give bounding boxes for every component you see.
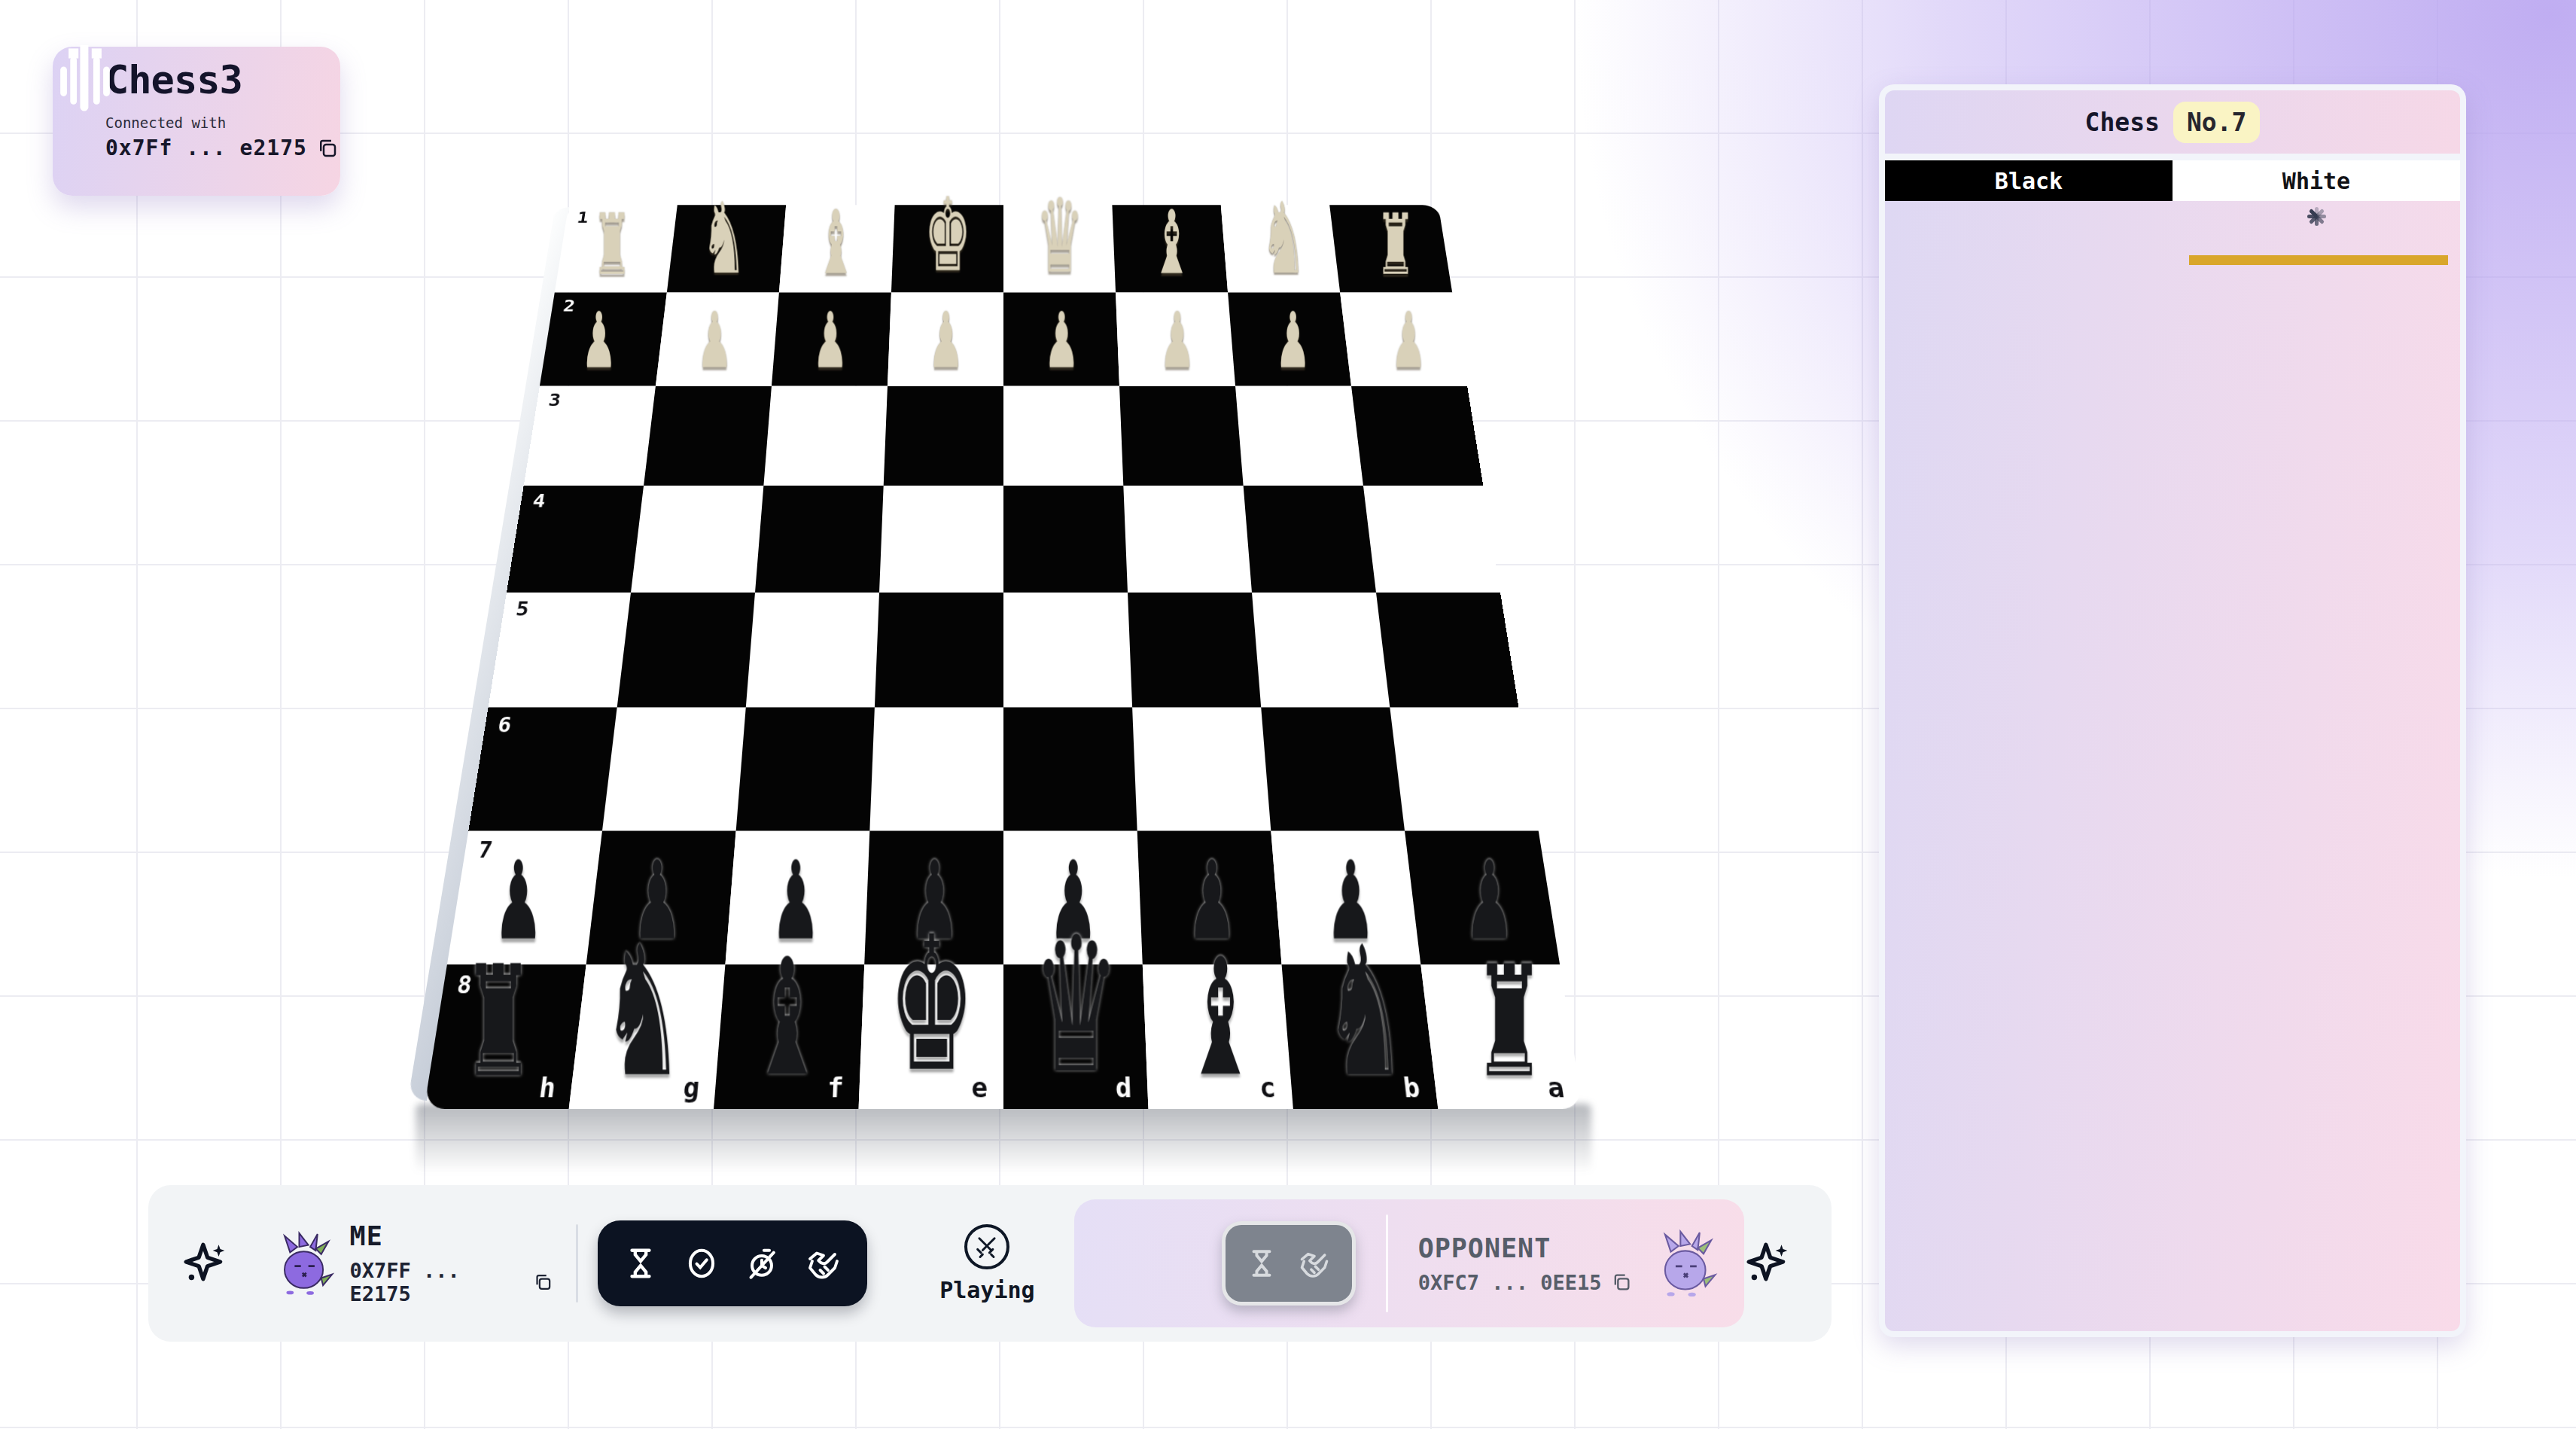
white-pawn[interactable]: ♟ — [584, 292, 614, 379]
black-queen[interactable]: ♛ — [1040, 886, 1112, 1098]
square-h5[interactable]: 5 — [489, 593, 631, 707]
square-a6[interactable] — [1390, 707, 1538, 830]
square-f3[interactable] — [763, 386, 888, 486]
status-bar: ME 0X7FF ... E2175 — [148, 1185, 1832, 1342]
me-player: ME 0X7FF ... E2175 — [272, 1221, 553, 1306]
square-h4[interactable]: 4 — [507, 486, 644, 593]
square-d3[interactable] — [1003, 386, 1123, 486]
black-rook[interactable]: ♜ — [468, 924, 528, 1098]
connected-label: Connected with — [105, 114, 340, 131]
game-number-badge: No.7 — [2173, 102, 2260, 143]
confirm-circle-icon[interactable] — [684, 1246, 719, 1281]
square-c4[interactable] — [1123, 486, 1252, 593]
handshake-icon[interactable] — [805, 1245, 842, 1281]
loading-spinner-icon — [2298, 209, 2334, 245]
square-h2[interactable]: 2♟ — [540, 293, 667, 386]
square-c2[interactable]: ♟ — [1116, 293, 1235, 386]
game-status: Playing — [939, 1224, 1034, 1303]
black-bishop[interactable]: ♝ — [756, 916, 818, 1098]
board-shadow — [416, 1104, 1591, 1173]
square-c3[interactable] — [1119, 386, 1244, 486]
square-b4[interactable] — [1244, 486, 1376, 593]
square-a8[interactable]: a♜ — [1420, 964, 1583, 1109]
opponent-label: OPPONENT — [1418, 1233, 1632, 1263]
square-d2[interactable]: ♟ — [1003, 293, 1119, 386]
tab-white[interactable]: White — [2173, 160, 2460, 201]
square-a4[interactable] — [1363, 486, 1500, 593]
square-c8[interactable]: c♝ — [1143, 964, 1293, 1109]
page: Chess3 Connected with 0x7Ff ... e2175 1♜… — [0, 0, 2576, 1429]
square-e8[interactable]: e♚ — [859, 964, 1003, 1109]
chess-board-3d: 1♜♞♝♚♛♝♞♜2♟♟♟♟♟♟♟♟34567♟♟♟♟♟♟♟♟8h♜g♞f♝e♚… — [424, 205, 1583, 1109]
app-title: Chess3 — [105, 57, 242, 102]
white-pawn[interactable]: ♟ — [815, 292, 845, 379]
sparkle-icon — [1744, 1239, 1794, 1288]
divider — [576, 1224, 578, 1303]
white-pawn[interactable]: ♟ — [1393, 292, 1423, 379]
square-g6[interactable] — [602, 707, 746, 830]
square-f8[interactable]: f♝ — [714, 964, 864, 1109]
square-f5[interactable] — [746, 593, 879, 707]
panel-header: Chess No.7 — [1885, 90, 2460, 154]
square-d5[interactable] — [1003, 593, 1132, 707]
white-pawn[interactable]: ♟ — [699, 292, 729, 379]
square-b5[interactable] — [1252, 593, 1390, 707]
me-avatar — [272, 1229, 338, 1298]
panel-title: Chess — [2085, 108, 2160, 137]
square-a1[interactable]: ♜ — [1329, 205, 1452, 292]
black-bishop[interactable]: ♝ — [1189, 916, 1251, 1098]
white-rook[interactable]: ♜ — [595, 191, 628, 286]
file-label-c: c — [1259, 1071, 1277, 1104]
square-b3[interactable] — [1235, 386, 1363, 486]
file-label-h: h — [537, 1071, 558, 1104]
square-a3[interactable] — [1351, 386, 1483, 486]
opponent-address: 0XFC7 ... 0EE15 — [1418, 1271, 1602, 1294]
square-f2[interactable]: ♟ — [772, 293, 891, 386]
square-e4[interactable] — [879, 486, 1003, 593]
white-bishop[interactable]: ♝ — [818, 186, 852, 286]
file-label-e: e — [971, 1071, 988, 1104]
opponent-actions — [1222, 1221, 1356, 1306]
divider — [1386, 1214, 1388, 1312]
sparkle-icon — [181, 1239, 231, 1288]
white-knight[interactable]: ♞ — [1265, 183, 1301, 286]
file-label-b: b — [1402, 1071, 1422, 1104]
square-g3[interactable] — [644, 386, 772, 486]
rank-label-6: 6 — [496, 713, 513, 737]
square-g2[interactable]: ♟ — [656, 293, 779, 386]
logo-card: Chess3 Connected with 0x7Ff ... e2175 — [53, 47, 340, 196]
square-h8[interactable]: 8h♜ — [424, 964, 586, 1109]
rank-label-5: 5 — [514, 598, 531, 620]
file-label-d: d — [1115, 1071, 1132, 1104]
square-h1[interactable]: 1♜ — [555, 205, 677, 292]
white-thinking-bar — [2189, 255, 2448, 265]
move-panel: Chess No.7 Black White — [1879, 84, 2466, 1337]
timer-off-icon[interactable] — [744, 1246, 779, 1281]
opponent-avatar — [1652, 1229, 1721, 1298]
square-f6[interactable] — [736, 707, 875, 830]
square-d6[interactable] — [1003, 707, 1137, 830]
white-pawn[interactable]: ♟ — [1162, 292, 1192, 379]
square-b8[interactable]: b♞ — [1282, 964, 1439, 1109]
handshake-icon — [1298, 1247, 1331, 1280]
black-knight[interactable]: ♞ — [1332, 910, 1396, 1098]
white-pawn[interactable]: ♟ — [1277, 292, 1307, 379]
chess-board: 1♜♞♝♚♛♝♞♜2♟♟♟♟♟♟♟♟34567♟♟♟♟♟♟♟♟8h♜g♞f♝e♚… — [424, 205, 1583, 1109]
tab-black[interactable]: Black — [1885, 160, 2173, 201]
rank-label-7: 7 — [477, 837, 495, 863]
square-d8[interactable]: d♛ — [1003, 964, 1148, 1109]
square-h6[interactable]: 6 — [468, 707, 617, 830]
square-f4[interactable] — [755, 486, 884, 593]
crossed-swords-icon — [964, 1224, 1009, 1269]
square-b6[interactable] — [1261, 707, 1405, 830]
square-e3[interactable] — [884, 386, 1003, 486]
rank-label-3: 3 — [547, 391, 562, 410]
white-pawn[interactable]: ♟ — [1046, 292, 1076, 379]
rank-label-1: 1 — [576, 209, 589, 227]
square-g8[interactable]: g♞ — [569, 964, 726, 1109]
white-pawn[interactable]: ♟ — [931, 292, 961, 379]
copy-icon[interactable] — [316, 137, 339, 160]
rank-label-4: 4 — [531, 491, 547, 512]
copy-icon[interactable] — [533, 1272, 553, 1293]
status-label: Playing — [939, 1277, 1034, 1303]
square-d4[interactable] — [1003, 486, 1128, 593]
black-rook[interactable]: ♜ — [1479, 924, 1539, 1098]
square-c5[interactable] — [1128, 593, 1261, 707]
square-g5[interactable] — [617, 593, 755, 707]
move-list — [1885, 201, 2460, 1331]
me-address: 0X7FF ... E2175 — [350, 1259, 525, 1306]
square-e5[interactable] — [875, 593, 1003, 707]
copy-icon[interactable] — [1611, 1272, 1632, 1293]
square-a2[interactable]: ♟ — [1340, 293, 1467, 386]
white-queen[interactable]: ♛ — [1040, 171, 1079, 286]
square-e6[interactable] — [869, 707, 1003, 830]
white-rook[interactable]: ♜ — [1379, 191, 1411, 286]
black-king[interactable]: ♚ — [891, 858, 972, 1098]
file-label-a: a — [1545, 1071, 1566, 1104]
chess3-logo-icon — [56, 45, 114, 114]
square-h3[interactable]: 3 — [524, 386, 656, 486]
me-label: ME — [350, 1221, 553, 1251]
white-bishop[interactable]: ♝ — [1154, 186, 1188, 286]
file-label-g: g — [682, 1071, 701, 1104]
square-e2[interactable]: ♟ — [888, 293, 1003, 386]
white-knight[interactable]: ♞ — [706, 183, 741, 286]
file-label-f: f — [827, 1071, 845, 1104]
rank-label-2: 2 — [562, 297, 577, 315]
square-c6[interactable] — [1132, 707, 1271, 830]
game-actions — [598, 1220, 868, 1306]
hourglass-icon[interactable] — [623, 1246, 658, 1281]
square-a5[interactable] — [1376, 593, 1518, 707]
hourglass-icon — [1246, 1248, 1277, 1279]
black-knight[interactable]: ♞ — [611, 910, 674, 1098]
wallet-address: 0x7Ff ... e2175 — [105, 136, 307, 160]
square-b2[interactable]: ♟ — [1228, 293, 1351, 386]
opponent-player: OPPONENT 0XFC7 ... 0EE15 — [1074, 1199, 1744, 1327]
white-move-column — [2173, 201, 2460, 1331]
white-king[interactable]: ♚ — [925, 155, 970, 286]
square-g4[interactable] — [631, 486, 763, 593]
